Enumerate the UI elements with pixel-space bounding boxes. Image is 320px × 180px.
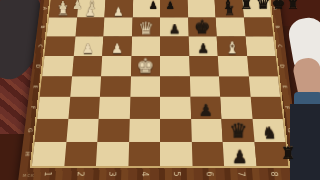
black-pawn: ♟ — [199, 103, 213, 119]
square-b2 — [75, 17, 104, 36]
square-b1 — [47, 17, 77, 36]
square-e1 — [40, 76, 72, 97]
square-d3 — [101, 56, 131, 76]
white-pawn: ♟ — [82, 43, 94, 56]
captured-piece: ♜ — [240, 0, 253, 11]
square-c6: ♟ — [188, 36, 217, 56]
rank-labels-bottom: 12345678 — [30, 166, 290, 180]
square-c5 — [160, 36, 189, 56]
square-g4 — [129, 119, 160, 142]
square-f2 — [68, 97, 100, 119]
square-c8 — [245, 36, 276, 56]
white-king: ♚ — [136, 56, 154, 76]
board-border: ABCDEFGH ABCDEFGH 12345678 12345678 MCK … — [18, 0, 302, 180]
floor-shadow — [290, 104, 320, 180]
square-c4 — [131, 36, 160, 56]
square-d4: ♚ — [131, 56, 160, 76]
captured-piece: ♟ — [166, 1, 175, 11]
captured-piece: ♚ — [272, 0, 285, 12]
white-bishop: ♝ — [225, 40, 239, 56]
captured-piece: ♛ — [256, 0, 270, 12]
square-g1 — [35, 119, 68, 142]
captured-piece: ♟ — [58, 0, 68, 11]
square-d2 — [72, 56, 103, 76]
square-g3 — [97, 119, 129, 142]
square-d1 — [42, 56, 73, 76]
square-f7 — [220, 97, 252, 119]
board-brand: MCK — [22, 173, 34, 178]
square-h5 — [160, 142, 192, 166]
square-a6 — [187, 0, 215, 17]
square-f8 — [250, 97, 283, 119]
square-c1 — [44, 36, 75, 56]
square-b6: ♚ — [188, 17, 217, 36]
square-f1 — [37, 97, 70, 119]
black-pawn: ♟ — [197, 43, 209, 56]
square-h7: ♟ — [223, 142, 256, 166]
square-d6 — [189, 56, 219, 76]
captured-piece: ♟ — [149, 1, 158, 11]
black-queen: ♛ — [229, 122, 247, 142]
white-pawn: ♟ — [113, 6, 124, 18]
square-h6 — [191, 142, 224, 166]
square-c2: ♟ — [73, 36, 103, 56]
square-b7 — [216, 17, 245, 36]
square-f5 — [160, 97, 191, 119]
square-b8 — [243, 17, 273, 36]
square-h1 — [32, 142, 66, 166]
square-e2 — [70, 76, 101, 97]
square-d5 — [160, 56, 189, 76]
square-h3 — [96, 142, 129, 166]
captured-piece: ♝ — [222, 0, 234, 11]
square-e7 — [219, 76, 250, 97]
chess-board: ABCDEFGH ABCDEFGH 12345678 12345678 MCK … — [18, 0, 302, 180]
black-knight: ♞ — [262, 126, 277, 142]
board-grid: ♜♟♟♜♛♟♚♟♟♟♝♚♟♛♞♟ — [32, 0, 288, 166]
square-h4 — [128, 142, 160, 166]
white-pawn: ♟ — [111, 43, 123, 56]
square-f4 — [129, 97, 160, 119]
scene: ABCDEFGH ABCDEFGH 12345678 12345678 MCK … — [0, 0, 320, 180]
square-e3 — [100, 76, 131, 97]
square-e4 — [130, 76, 160, 97]
square-c3: ♟ — [102, 36, 131, 56]
captured-piece: ♝ — [86, 0, 98, 11]
captured-piece: ♜ — [287, 0, 299, 11]
black-king: ♚ — [194, 18, 210, 36]
square-g8: ♞ — [252, 119, 285, 142]
captured-piece: ♜ — [281, 146, 295, 162]
black-pawn: ♟ — [232, 148, 248, 166]
square-d7 — [218, 56, 249, 76]
square-g7: ♛ — [221, 119, 254, 142]
square-a3: ♟ — [104, 0, 132, 17]
square-g6 — [191, 119, 223, 142]
square-b5: ♟ — [160, 17, 188, 36]
white-queen: ♛ — [138, 19, 154, 36]
square-b4: ♛ — [132, 17, 160, 36]
square-f6: ♟ — [190, 97, 221, 119]
black-pawn: ♟ — [168, 23, 180, 36]
square-g2 — [66, 119, 99, 142]
square-g5 — [160, 119, 191, 142]
square-h2 — [64, 142, 97, 166]
square-e8 — [248, 76, 280, 97]
square-c7: ♝ — [217, 36, 247, 56]
square-f3 — [99, 97, 130, 119]
square-e5 — [160, 76, 190, 97]
captured-piece: ♟ — [72, 0, 83, 11]
square-e6 — [189, 76, 220, 97]
square-b3 — [103, 17, 132, 36]
square-d8 — [247, 56, 278, 76]
